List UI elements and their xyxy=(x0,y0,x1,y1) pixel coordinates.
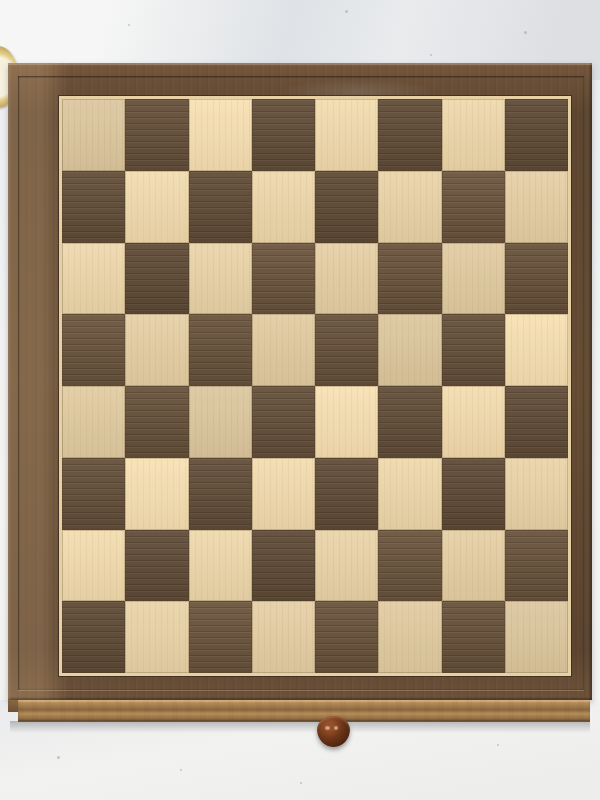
board-square xyxy=(125,314,188,386)
dust-speck xyxy=(57,756,60,759)
board-square xyxy=(125,458,188,530)
drawer-front xyxy=(18,700,590,722)
board-square xyxy=(505,601,568,673)
chess-board-case xyxy=(8,63,592,700)
dust-speck xyxy=(128,24,130,26)
board-square xyxy=(252,386,315,458)
board-square xyxy=(315,530,378,602)
board-square xyxy=(442,386,505,458)
board-square xyxy=(442,458,505,530)
board-square xyxy=(442,171,505,243)
dust-speck xyxy=(497,744,499,746)
board-square xyxy=(505,458,568,530)
board-square xyxy=(252,243,315,315)
board-square xyxy=(442,530,505,602)
board-square xyxy=(378,601,441,673)
board-square xyxy=(189,99,252,171)
board-square xyxy=(62,314,125,386)
board-square xyxy=(125,171,188,243)
board-square xyxy=(252,530,315,602)
dust-speck xyxy=(524,31,527,34)
chess-board xyxy=(62,99,568,673)
knob-highlight xyxy=(334,726,338,730)
dust-speck xyxy=(430,54,432,56)
board-square xyxy=(442,601,505,673)
board-square xyxy=(442,243,505,315)
board-square xyxy=(505,243,568,315)
board-square xyxy=(378,243,441,315)
board-square xyxy=(252,171,315,243)
board-square xyxy=(62,601,125,673)
board-square xyxy=(315,243,378,315)
board-square xyxy=(252,458,315,530)
board-square xyxy=(442,314,505,386)
board-square xyxy=(252,314,315,386)
board-square xyxy=(189,314,252,386)
board-square xyxy=(62,530,125,602)
board-square xyxy=(252,99,315,171)
board-square xyxy=(62,243,125,315)
board-square xyxy=(315,386,378,458)
board-square xyxy=(378,99,441,171)
board-square xyxy=(315,458,378,530)
board-square xyxy=(125,99,188,171)
dust-speck xyxy=(345,10,348,13)
board-square xyxy=(442,99,505,171)
board-square xyxy=(378,386,441,458)
board-square xyxy=(252,601,315,673)
board-square xyxy=(189,386,252,458)
knob-highlight xyxy=(325,726,330,730)
dust-speck xyxy=(180,769,182,771)
board-square xyxy=(189,171,252,243)
board-square xyxy=(378,530,441,602)
board-square xyxy=(315,314,378,386)
board-square xyxy=(505,99,568,171)
dust-speck xyxy=(300,782,302,784)
board-square xyxy=(505,386,568,458)
board-square xyxy=(189,601,252,673)
board-square xyxy=(189,530,252,602)
drawer-grain xyxy=(18,700,590,722)
board-square xyxy=(315,99,378,171)
board-square xyxy=(125,243,188,315)
board-square xyxy=(378,458,441,530)
photo-scene xyxy=(0,0,600,800)
board-square xyxy=(315,171,378,243)
board-shadow xyxy=(10,721,590,733)
board-square xyxy=(505,171,568,243)
board-square xyxy=(378,314,441,386)
board-square xyxy=(378,171,441,243)
board-square xyxy=(62,99,125,171)
board-square xyxy=(315,601,378,673)
board-square xyxy=(505,530,568,602)
board-square xyxy=(62,171,125,243)
board-square xyxy=(189,243,252,315)
board-square xyxy=(505,314,568,386)
board-square xyxy=(62,458,125,530)
board-square xyxy=(125,601,188,673)
board-square xyxy=(62,386,125,458)
board-square xyxy=(125,530,188,602)
board-field-border xyxy=(59,96,571,676)
board-square xyxy=(189,458,252,530)
board-square xyxy=(125,386,188,458)
